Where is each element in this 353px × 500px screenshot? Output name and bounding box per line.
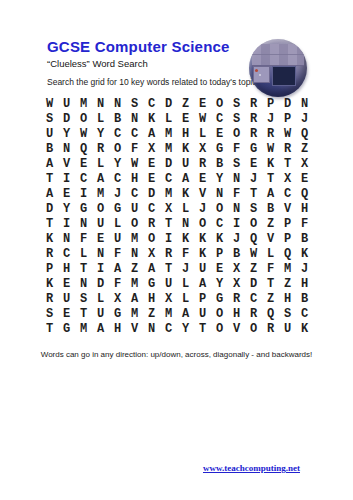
grid-cell: M — [279, 262, 296, 277]
grid-cell: N — [75, 277, 92, 292]
photo-screen — [272, 66, 296, 85]
grid-cell: X — [279, 172, 296, 187]
grid-cell: E — [58, 187, 75, 202]
grid-cell: O — [143, 232, 160, 247]
grid-cell: L — [75, 247, 92, 262]
grid-cell: T — [41, 322, 58, 337]
grid-cell: Q — [75, 142, 92, 157]
grid-cell: S — [279, 307, 296, 322]
grid-cell: J — [262, 112, 279, 127]
grid-cell: Y — [58, 202, 75, 217]
grid-cell: N — [92, 97, 109, 112]
grid-cell: M — [126, 307, 143, 322]
grid-cell: V — [279, 202, 296, 217]
grid-cell: X — [228, 277, 245, 292]
grid-cell: A — [126, 292, 143, 307]
grid-cell: P — [211, 247, 228, 262]
grid-cell: O — [211, 97, 228, 112]
grid-cell: Q — [279, 247, 296, 262]
grid-cell: F — [177, 247, 194, 262]
grid-cell: F — [75, 232, 92, 247]
grid-cell: R — [41, 247, 58, 262]
grid-cell: D — [245, 277, 262, 292]
word-search-grid: WUMNNSCDZEOSRPDNSDOLBNKLEWCSRJPJUYWYCCAM… — [41, 97, 313, 337]
grid-cell: I — [228, 217, 245, 232]
grid-cell: S — [126, 97, 143, 112]
grid-cell: A — [92, 322, 109, 337]
grid-cell: T — [262, 277, 279, 292]
grid-cell: W — [41, 97, 58, 112]
grid-cell: I — [58, 172, 75, 187]
grid-cell: D — [160, 157, 177, 172]
grid-cell: S — [75, 292, 92, 307]
grid-cell: K — [177, 232, 194, 247]
grid-cell: N — [143, 322, 160, 337]
grid-cell: R — [143, 217, 160, 232]
grid-cell: P — [262, 97, 279, 112]
grid-cell: S — [228, 97, 245, 112]
grid-cell: U — [126, 202, 143, 217]
grid-cell: E — [177, 112, 194, 127]
grid-cell: O — [194, 217, 211, 232]
grid-cell: C — [109, 127, 126, 142]
grid-cell: D — [41, 202, 58, 217]
grid-cell: I — [92, 262, 109, 277]
grid-cell: J — [296, 262, 313, 277]
grid-cell: M — [126, 232, 143, 247]
grid-cell: U — [160, 277, 177, 292]
grid-cell: O — [75, 112, 92, 127]
grid-cell: O — [245, 217, 262, 232]
grid-cell: R — [41, 292, 58, 307]
grid-cell: T — [160, 262, 177, 277]
grid-cell: K — [143, 112, 160, 127]
grid-cell: C — [143, 202, 160, 217]
grid-cell: E — [143, 172, 160, 187]
grid-cell: Y — [211, 277, 228, 292]
grid-cell: P — [279, 112, 296, 127]
grid-cell: A — [194, 277, 211, 292]
grid-cell: R — [245, 127, 262, 142]
grid-cell: N — [126, 112, 143, 127]
grid-cell: C — [126, 187, 143, 202]
grid-cell: D — [143, 187, 160, 202]
direction-note: Words can go in any direction: up/down, … — [0, 350, 353, 359]
grid-cell: H — [143, 292, 160, 307]
grid-cell: L — [109, 217, 126, 232]
grid-cell: H — [58, 262, 75, 277]
grid-cell: K — [296, 247, 313, 262]
grid-cell: A — [262, 187, 279, 202]
grid-cell: N — [228, 172, 245, 187]
grid-cell: K — [296, 322, 313, 337]
grid-cell: W — [126, 157, 143, 172]
grid-cell: D — [279, 97, 296, 112]
grid-cell: A — [143, 262, 160, 277]
grid-cell: G — [245, 142, 262, 157]
grid-cell: O — [211, 307, 228, 322]
grid-cell: E — [211, 262, 228, 277]
grid-cell: K — [177, 142, 194, 157]
grid-cell: U — [92, 307, 109, 322]
grid-cell: X — [296, 157, 313, 172]
grid-cell: F — [228, 187, 245, 202]
grid-cell: A — [143, 127, 160, 142]
grid-cell: O — [92, 202, 109, 217]
grid-cell: T — [160, 217, 177, 232]
grid-cell: X — [160, 292, 177, 307]
grid-cell: J — [245, 172, 262, 187]
grid-cell: X — [143, 247, 160, 262]
grid-cell: Y — [58, 127, 75, 142]
grid-cell: K — [211, 232, 228, 247]
grid-cell: H — [296, 202, 313, 217]
grid-cell: C — [211, 217, 228, 232]
grid-cell: M — [75, 97, 92, 112]
grid-cell: G — [109, 202, 126, 217]
grid-cell: F — [126, 142, 143, 157]
grid-cell: T — [75, 307, 92, 322]
grid-cell: E — [58, 307, 75, 322]
grid-cell: Z — [262, 292, 279, 307]
grid-cell: R — [160, 247, 177, 262]
grid-cell: T — [41, 172, 58, 187]
grid-cell: B — [296, 292, 313, 307]
grid-cell: C — [75, 172, 92, 187]
grid-cell: W — [262, 142, 279, 157]
grid-cell: K — [262, 157, 279, 172]
grid-cell: T — [245, 187, 262, 202]
grid-cell: E — [211, 127, 228, 142]
grid-cell: Q — [296, 127, 313, 142]
grid-cell: C — [296, 307, 313, 322]
grid-cell: H — [228, 307, 245, 322]
grid-cell: T — [75, 262, 92, 277]
grid-cell: E — [92, 232, 109, 247]
grid-cell: T — [194, 322, 211, 337]
grid-cell: C — [160, 322, 177, 337]
grid-cell: L — [92, 292, 109, 307]
grid-cell: I — [75, 187, 92, 202]
photo-panel-line — [252, 54, 303, 55]
grid-cell: E — [296, 172, 313, 187]
grid-cell: V — [58, 157, 75, 172]
grid-cell: Y — [109, 157, 126, 172]
grid-cell: R — [245, 112, 262, 127]
grid-cell: F — [109, 247, 126, 262]
grid-cell: H — [177, 127, 194, 142]
grid-cell: M — [160, 127, 177, 142]
grid-cell: G — [211, 292, 228, 307]
grid-cell: P — [279, 232, 296, 247]
grid-cell: M — [126, 277, 143, 292]
grid-cell: G — [211, 142, 228, 157]
grid-cell: V — [228, 322, 245, 337]
grid-cell: P — [279, 217, 296, 232]
grid-cell: J — [296, 112, 313, 127]
grid-cell: B — [262, 202, 279, 217]
grid-cell: M — [160, 307, 177, 322]
grid-cell: R — [92, 142, 109, 157]
grid-cell: O — [211, 322, 228, 337]
grid-cell: D — [160, 97, 177, 112]
grid-cell: R — [279, 142, 296, 157]
grid-cell: S — [228, 157, 245, 172]
grid-cell: B — [41, 142, 58, 157]
grid-cell: O — [228, 127, 245, 142]
grid-cell: J — [194, 202, 211, 217]
photo-white-button — [259, 74, 261, 76]
grid-cell: S — [41, 112, 58, 127]
grid-cell: B — [296, 232, 313, 247]
grid-cell: Q — [245, 232, 262, 247]
grid-cell: I — [160, 232, 177, 247]
grid-cell: Q — [296, 187, 313, 202]
grid-cell: N — [75, 217, 92, 232]
grid-cell: C — [160, 172, 177, 187]
grid-cell: U — [109, 232, 126, 247]
grid-cell: M — [160, 187, 177, 202]
grid-cell: A — [177, 172, 194, 187]
grid-cell: R — [245, 307, 262, 322]
grid-cell: C — [109, 172, 126, 187]
grid-cell: O — [109, 142, 126, 157]
grid-cell: K — [194, 247, 211, 262]
grid-cell: C — [279, 187, 296, 202]
grid-cell: H — [109, 322, 126, 337]
grid-cell: R — [245, 97, 262, 112]
grid-cell: F — [262, 262, 279, 277]
grid-cell: V — [262, 232, 279, 247]
grid-cell: R — [228, 292, 245, 307]
grid-cell: G — [143, 277, 160, 292]
grid-cell: M — [92, 187, 109, 202]
grid-cell: Z — [177, 97, 194, 112]
grid-cell: K — [41, 277, 58, 292]
grid-cell: E — [194, 97, 211, 112]
grid-cell: U — [194, 307, 211, 322]
grid-cell: Z — [245, 262, 262, 277]
grid-cell: J — [228, 232, 245, 247]
grid-cell: M — [160, 142, 177, 157]
grid-cell: N — [92, 247, 109, 262]
page-title: GCSE Computer Science — [47, 38, 230, 55]
grid-cell: E — [143, 157, 160, 172]
grid-cell: C — [58, 247, 75, 262]
grid-cell: Z — [279, 277, 296, 292]
grid-cell: E — [58, 277, 75, 292]
grid-cell: L — [177, 292, 194, 307]
grid-cell: U — [58, 292, 75, 307]
grid-cell: N — [296, 97, 313, 112]
worksheet-page: GCSE Computer Science “Clueless” Word Se… — [0, 0, 353, 500]
grid-cell: J — [109, 187, 126, 202]
vintage-computer-photo — [249, 39, 307, 97]
grid-cell: O — [126, 217, 143, 232]
grid-cell: U — [177, 157, 194, 172]
grid-cell: H — [296, 277, 313, 292]
page-subtitle: “Clueless” Word Search — [47, 58, 148, 69]
grid-cell: B — [228, 247, 245, 262]
grid-cell: S — [41, 307, 58, 322]
grid-cell: K — [41, 232, 58, 247]
grid-cell: N — [58, 232, 75, 247]
grid-cell: Z — [126, 262, 143, 277]
grid-cell: R — [194, 157, 211, 172]
grid-cell: J — [177, 262, 194, 277]
grid-cell: A — [41, 187, 58, 202]
grid-cell: P — [194, 292, 211, 307]
grid-cell: Z — [262, 217, 279, 232]
grid-cell: L — [92, 112, 109, 127]
grid-cell: H — [279, 292, 296, 307]
grid-cell: L — [92, 157, 109, 172]
grid-cell: S — [228, 112, 245, 127]
grid-cell: X — [194, 142, 211, 157]
grid-cell: U — [92, 217, 109, 232]
grid-cell: E — [75, 157, 92, 172]
grid-cell: X — [228, 262, 245, 277]
grid-cell: T — [279, 157, 296, 172]
grid-cell: D — [92, 277, 109, 292]
grid-cell: L — [177, 277, 194, 292]
grid-cell: M — [75, 322, 92, 337]
grid-cell: H — [126, 172, 143, 187]
grid-cell: N — [109, 97, 126, 112]
grid-cell: R — [262, 127, 279, 142]
grid-cell: G — [109, 307, 126, 322]
grid-cell: N — [58, 142, 75, 157]
grid-cell: Z — [143, 307, 160, 322]
grid-cell: U — [41, 127, 58, 142]
grid-cell: G — [58, 322, 75, 337]
grid-cell: F — [109, 277, 126, 292]
grid-cell: V — [126, 322, 143, 337]
grid-cell: G — [75, 202, 92, 217]
grid-cell: I — [58, 217, 75, 232]
grid-cell: N — [126, 247, 143, 262]
grid-cell: W — [194, 112, 211, 127]
grid-cell: C — [211, 112, 228, 127]
instruction-text: Search the grid for 10 key words related… — [47, 77, 257, 87]
grid-cell: B — [211, 157, 228, 172]
grid-cell: L — [177, 202, 194, 217]
grid-cell: C — [126, 127, 143, 142]
grid-cell: F — [296, 217, 313, 232]
grid-cell: W — [245, 247, 262, 262]
grid-cell: A — [41, 157, 58, 172]
grid-cell: N — [228, 202, 245, 217]
grid-cell: V — [194, 187, 211, 202]
grid-cell: S — [245, 202, 262, 217]
grid-cell: P — [41, 262, 58, 277]
grid-cell: L — [262, 247, 279, 262]
grid-cell: Q — [262, 307, 279, 322]
grid-cell: F — [228, 142, 245, 157]
grid-cell: A — [92, 172, 109, 187]
grid-cell: K — [177, 187, 194, 202]
grid-cell: E — [194, 172, 211, 187]
grid-cell: X — [109, 292, 126, 307]
grid-cell: X — [160, 202, 177, 217]
grid-cell: B — [109, 112, 126, 127]
grid-cell: U — [194, 262, 211, 277]
grid-cell: U — [58, 97, 75, 112]
grid-cell: N — [177, 217, 194, 232]
grid-cell: A — [177, 307, 194, 322]
grid-cell: L — [160, 112, 177, 127]
grid-cell: Y — [211, 172, 228, 187]
grid-cell: Z — [296, 142, 313, 157]
footer-link[interactable]: www.teachcomputing.net — [203, 463, 300, 473]
grid-cell: L — [194, 127, 211, 142]
grid-cell: D — [58, 112, 75, 127]
grid-cell: A — [109, 262, 126, 277]
grid-cell: Y — [92, 127, 109, 142]
grid-cell: Y — [177, 322, 194, 337]
grid-cell: X — [143, 142, 160, 157]
grid-cell: E — [245, 157, 262, 172]
grid-cell: T — [41, 217, 58, 232]
grid-cell: O — [211, 202, 228, 217]
grid-cell: N — [211, 187, 228, 202]
grid-cell: U — [279, 322, 296, 337]
grid-cell: C — [143, 97, 160, 112]
grid-cell: W — [279, 127, 296, 142]
grid-cell: C — [245, 292, 262, 307]
grid-cell: T — [262, 172, 279, 187]
grid-cell: K — [194, 232, 211, 247]
grid-cell: W — [75, 127, 92, 142]
grid-cell: R — [262, 322, 279, 337]
grid-cell: O — [245, 322, 262, 337]
